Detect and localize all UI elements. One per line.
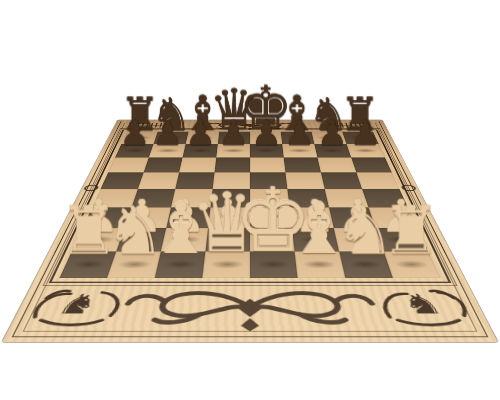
board-grid — [59, 132, 440, 278]
square-b8[interactable] — [154, 132, 189, 144]
square-d8[interactable] — [218, 132, 250, 144]
square-f1[interactable] — [295, 251, 346, 278]
square-h7[interactable] — [346, 144, 384, 158]
square-c5[interactable] — [175, 172, 214, 189]
square-a2[interactable] — [72, 228, 125, 251]
square-h6[interactable] — [351, 157, 392, 172]
square-f5[interactable] — [285, 172, 324, 189]
square-d5[interactable] — [213, 172, 250, 189]
chess-board: ♞ ♞ ♜♞♝♛♚♝♞♜♟♟♟♟♟♟♟♟♟♟♟♟♟♟♟♟♜♞♝ — [2, 120, 497, 342]
chess-scene: ♞ ♞ ♜♞♝♛♚♝♞♜♟♟♟♟♟♟♟♟♟♟♟♟♟♟♟♟♜♞♝ — [0, 0, 500, 400]
product-photo-stage: ♞ ♞ ♜♞♝♛♚♝♞♜♟♟♟♟♟♟♟♟♟♟♟♟♟♟♟♟♜♞♝ — [0, 0, 500, 400]
square-h4[interactable] — [362, 189, 408, 207]
square-a3[interactable] — [82, 207, 131, 228]
board-surface: ♞ ♞ — [2, 120, 497, 342]
square-f2[interactable] — [292, 228, 339, 251]
square-a4[interactable] — [92, 189, 138, 207]
square-a8[interactable] — [121, 132, 157, 144]
square-b6[interactable] — [144, 157, 183, 172]
square-h5[interactable] — [356, 172, 399, 189]
square-e5[interactable] — [250, 172, 287, 189]
square-g2[interactable] — [334, 228, 384, 251]
square-a5[interactable] — [101, 172, 144, 189]
square-f7[interactable] — [282, 144, 317, 158]
square-e8[interactable] — [250, 132, 282, 144]
square-c8[interactable] — [186, 132, 220, 144]
square-b4[interactable] — [132, 189, 176, 207]
square-a6[interactable] — [108, 157, 149, 172]
square-g5[interactable] — [321, 172, 362, 189]
square-g7[interactable] — [314, 144, 351, 158]
square-b7[interactable] — [149, 144, 186, 158]
square-e2[interactable] — [250, 228, 295, 251]
square-f6[interactable] — [284, 157, 321, 172]
square-a1[interactable] — [59, 251, 116, 278]
square-g4[interactable] — [325, 189, 369, 207]
square-d3[interactable] — [208, 207, 250, 228]
square-g6[interactable] — [317, 157, 356, 172]
square-h1[interactable] — [384, 251, 441, 278]
square-a7[interactable] — [115, 144, 153, 158]
square-d4[interactable] — [211, 189, 250, 207]
square-h2[interactable] — [376, 228, 429, 251]
square-b3[interactable] — [124, 207, 171, 228]
carving-top-left-icon — [127, 123, 172, 127]
carving-top-right-icon — [327, 123, 372, 127]
square-g8[interactable] — [311, 132, 346, 144]
square-e1[interactable] — [250, 251, 298, 278]
square-e7[interactable] — [250, 144, 284, 158]
square-b2[interactable] — [116, 228, 166, 251]
square-g1[interactable] — [339, 251, 393, 278]
horse-glyph-left-icon: ♞ — [53, 290, 102, 317]
square-c7[interactable] — [183, 144, 218, 158]
square-b1[interactable] — [107, 251, 161, 278]
square-d6[interactable] — [215, 157, 250, 172]
square-e4[interactable] — [250, 189, 289, 207]
square-d7[interactable] — [216, 144, 250, 158]
square-d1[interactable] — [202, 251, 250, 278]
horse-motif-left: ♞ — [20, 282, 130, 329]
square-f8[interactable] — [281, 132, 315, 144]
square-c1[interactable] — [155, 251, 206, 278]
box-front-edge — [5, 342, 495, 395]
horse-motif-right: ♞ — [370, 282, 480, 329]
square-b5[interactable] — [138, 172, 179, 189]
square-c3[interactable] — [166, 207, 210, 228]
square-f3[interactable] — [289, 207, 333, 228]
square-c6[interactable] — [179, 157, 216, 172]
square-h8[interactable] — [342, 132, 378, 144]
square-d2[interactable] — [205, 228, 250, 251]
square-e3[interactable] — [250, 207, 292, 228]
square-c2[interactable] — [161, 228, 208, 251]
square-c4[interactable] — [171, 189, 213, 207]
horse-flourish-right-icon — [370, 282, 480, 329]
horse-flourish-left-icon — [20, 282, 130, 329]
square-f4[interactable] — [287, 189, 329, 207]
square-e6[interactable] — [250, 157, 285, 172]
scroll-ornament-bottom-icon — [115, 284, 386, 335]
horse-glyph-right-icon: ♞ — [398, 290, 447, 317]
